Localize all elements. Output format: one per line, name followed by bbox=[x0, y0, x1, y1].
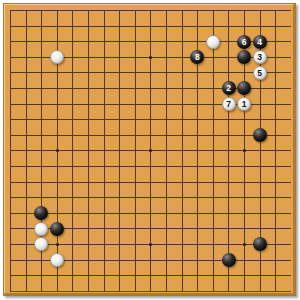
move-4-black-stone-r17: 4 bbox=[253, 35, 267, 49]
intersection-p13[interactable]: 7 bbox=[221, 96, 237, 112]
intersection-d3[interactable] bbox=[49, 252, 65, 268]
black-stone-c6 bbox=[34, 206, 48, 220]
white-stone-c5 bbox=[34, 222, 48, 236]
intersection-o17[interactable] bbox=[205, 34, 221, 50]
black-stone-r11 bbox=[253, 128, 267, 142]
intersection-c5[interactable] bbox=[34, 221, 50, 237]
intersection-p3[interactable] bbox=[221, 252, 237, 268]
intersection-r4[interactable] bbox=[252, 237, 268, 253]
intersection-r11[interactable] bbox=[252, 127, 268, 143]
white-stone-d3 bbox=[50, 253, 64, 267]
intersection-n16[interactable]: 8 bbox=[190, 49, 206, 65]
intersection-r16[interactable]: 3 bbox=[252, 49, 268, 65]
move-number: 7 bbox=[226, 97, 231, 111]
move-number: 2 bbox=[226, 81, 231, 95]
move-3-white-stone-r16: 3 bbox=[253, 50, 267, 64]
stone-grid: 12345678 bbox=[2, 3, 298, 299]
move-number: 6 bbox=[242, 35, 247, 49]
move-number: 3 bbox=[257, 50, 262, 64]
intersection-r17[interactable]: 4 bbox=[252, 34, 268, 50]
intersection-q17[interactable]: 6 bbox=[236, 34, 252, 50]
move-5-white-stone-r15: 5 bbox=[253, 66, 267, 80]
intersection-d5[interactable] bbox=[49, 221, 65, 237]
move-number: 4 bbox=[257, 35, 262, 49]
move-number: 5 bbox=[257, 66, 262, 80]
intersection-r15[interactable]: 5 bbox=[252, 65, 268, 81]
white-stone-d16 bbox=[50, 50, 64, 64]
intersection-d16[interactable] bbox=[49, 49, 65, 65]
move-number: 1 bbox=[242, 97, 247, 111]
black-stone-d5 bbox=[50, 222, 64, 236]
black-stone-r4 bbox=[253, 237, 267, 251]
white-stone-c4 bbox=[34, 237, 48, 251]
black-stone-p3 bbox=[222, 253, 236, 267]
black-stone-q16 bbox=[237, 50, 251, 64]
move-1-white-stone-q13: 1 bbox=[237, 97, 251, 111]
intersection-q14[interactable] bbox=[236, 81, 252, 97]
intersection-q16[interactable] bbox=[236, 49, 252, 65]
intersection-c6[interactable] bbox=[34, 205, 50, 221]
move-number: 8 bbox=[195, 50, 200, 64]
white-stone-o17 bbox=[206, 35, 220, 49]
move-7-white-stone-p13: 7 bbox=[222, 97, 236, 111]
move-2-black-stone-p14: 2 bbox=[222, 81, 236, 95]
intersection-p14[interactable]: 2 bbox=[221, 81, 237, 97]
go-board[interactable]: 12345678 bbox=[3, 3, 296, 296]
move-6-black-stone-q17: 6 bbox=[237, 35, 251, 49]
move-8-black-stone-n16: 8 bbox=[190, 50, 204, 64]
intersection-q13[interactable]: 1 bbox=[236, 96, 252, 112]
black-stone-q14 bbox=[237, 81, 251, 95]
intersection-c4[interactable] bbox=[34, 237, 50, 253]
